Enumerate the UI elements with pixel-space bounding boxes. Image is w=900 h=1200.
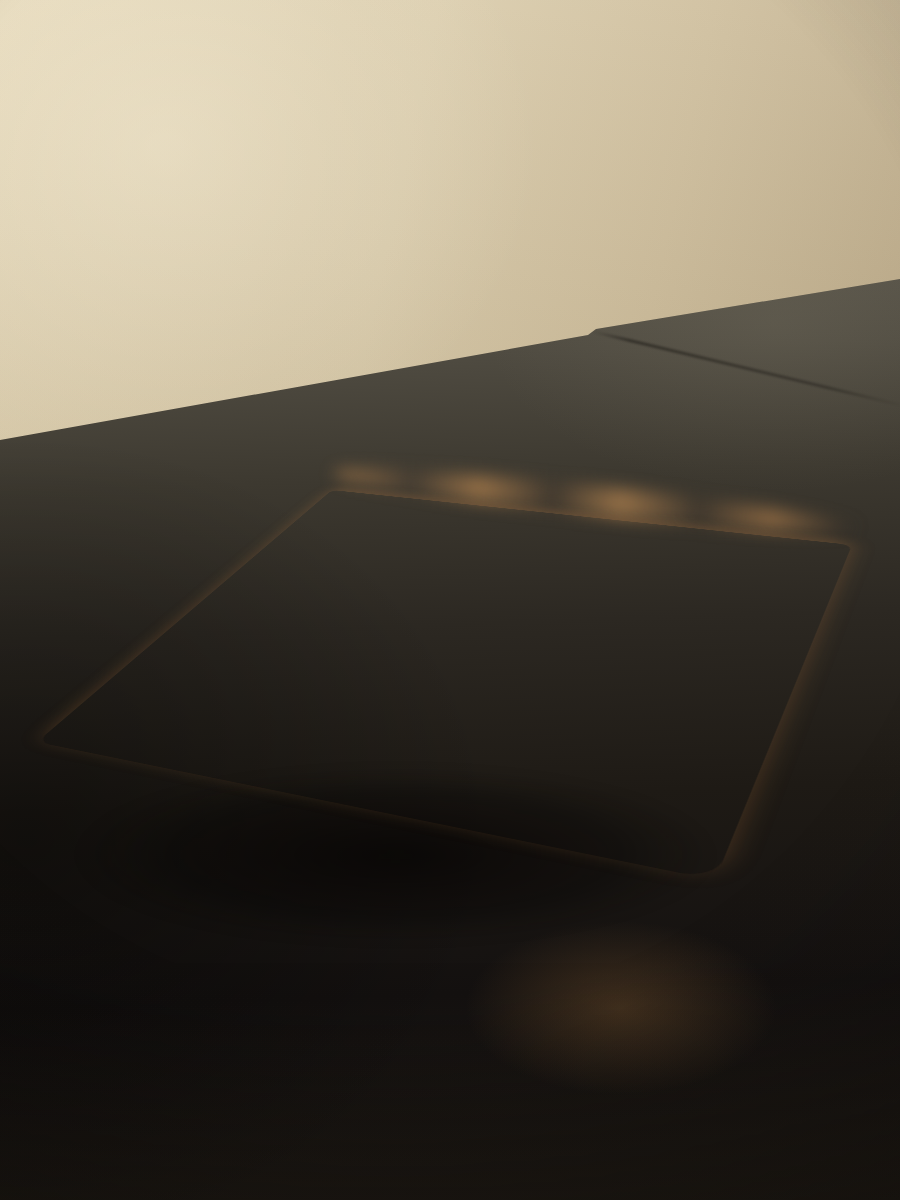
cutting-board (0, 0, 900, 1200)
photo-canvas (0, 0, 900, 1200)
